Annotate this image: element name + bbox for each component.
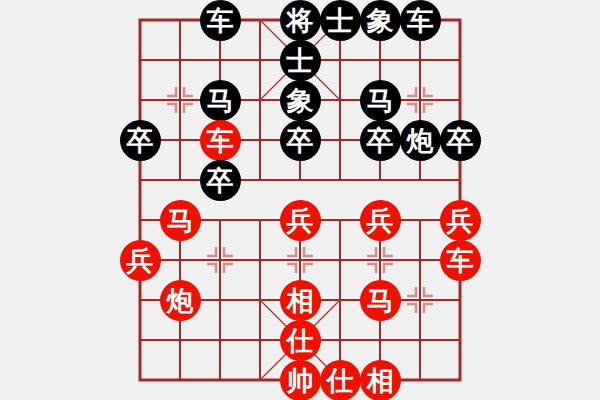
piece-black-chariot[interactable]: 车	[200, 0, 241, 41]
piece-red-chariot[interactable]: 车	[440, 240, 481, 281]
piece-red-soldier[interactable]: 兵	[120, 240, 161, 281]
piece-red-chariot[interactable]: 车	[200, 120, 241, 161]
piece-black-horse[interactable]: 马	[200, 80, 241, 121]
piece-black-soldier[interactable]: 卒	[440, 120, 481, 161]
piece-red-general[interactable]: 帅	[280, 360, 321, 400]
piece-black-soldier[interactable]: 卒	[200, 160, 241, 201]
piece-black-advisor[interactable]: 士	[280, 40, 321, 81]
piece-red-horse[interactable]: 马	[160, 200, 201, 241]
xiangqi-board: 车将士象车士马象马卒车卒卒炮卒卒马兵兵兵兵车炮相马仕帅仕相	[0, 0, 600, 400]
piece-red-soldier[interactable]: 兵	[280, 200, 321, 241]
piece-red-cannon[interactable]: 炮	[160, 280, 201, 321]
piece-black-elephant[interactable]: 象	[280, 80, 321, 121]
piece-black-chariot[interactable]: 车	[400, 0, 441, 41]
piece-black-cannon[interactable]: 炮	[400, 120, 441, 161]
pieces-layer: 车将士象车士马象马卒车卒卒炮卒卒马兵兵兵兵车炮相马仕帅仕相	[120, 0, 480, 400]
piece-black-soldier[interactable]: 卒	[360, 120, 401, 161]
piece-red-elephant[interactable]: 相	[280, 280, 321, 321]
piece-red-advisor[interactable]: 仕	[320, 360, 361, 400]
piece-red-advisor[interactable]: 仕	[280, 320, 321, 361]
piece-black-advisor[interactable]: 士	[320, 0, 361, 41]
piece-black-soldier[interactable]: 卒	[280, 120, 321, 161]
piece-red-elephant[interactable]: 相	[360, 360, 401, 400]
piece-red-horse[interactable]: 马	[360, 280, 401, 321]
piece-black-general[interactable]: 将	[280, 0, 321, 41]
piece-black-horse[interactable]: 马	[360, 80, 401, 121]
piece-red-soldier[interactable]: 兵	[360, 200, 401, 241]
piece-red-soldier[interactable]: 兵	[440, 200, 481, 241]
piece-black-elephant[interactable]: 象	[360, 0, 401, 41]
piece-black-soldier[interactable]: 卒	[120, 120, 161, 161]
